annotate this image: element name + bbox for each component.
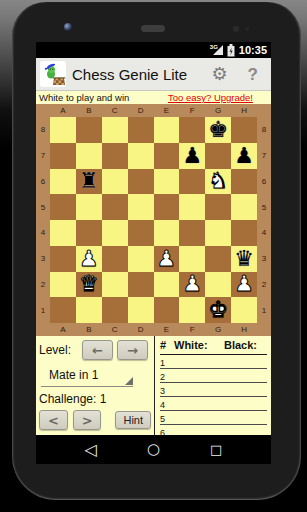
move-num: 5 bbox=[160, 414, 174, 424]
square-c6[interactable] bbox=[102, 169, 128, 195]
board-coordinate-label: C bbox=[102, 104, 128, 117]
signal-3g-icon: 3G bbox=[210, 44, 223, 56]
move-row: 3 bbox=[160, 383, 267, 397]
settings-gear-icon[interactable]: ⚙ bbox=[211, 65, 227, 83]
back-button-icon[interactable]: ◁ bbox=[85, 442, 97, 458]
next-level-button[interactable]: → bbox=[117, 340, 148, 360]
square-f4[interactable] bbox=[179, 220, 205, 246]
square-g2[interactable] bbox=[205, 272, 231, 298]
square-a5[interactable] bbox=[50, 194, 76, 220]
square-h2[interactable]: ♟ bbox=[231, 272, 257, 298]
square-b1[interactable] bbox=[76, 297, 102, 323]
previous-level-button[interactable]: ← bbox=[82, 340, 113, 360]
board-coordinate-label: 8 bbox=[36, 117, 50, 143]
difficulty-value: Mate in 1 bbox=[49, 368, 98, 382]
move-num: 4 bbox=[160, 400, 174, 410]
square-g7[interactable] bbox=[205, 143, 231, 169]
upgrade-link[interactable]: Too easy? Upgrade! bbox=[168, 92, 253, 103]
board-coordinate-label: 3 bbox=[36, 246, 50, 272]
square-g3[interactable] bbox=[205, 246, 231, 272]
title-bar: Chess Genie Lite ⚙ ? bbox=[36, 58, 271, 91]
square-c3[interactable] bbox=[102, 246, 128, 272]
piece-white-king: ♚ bbox=[208, 299, 228, 321]
board-coordinate-label: B bbox=[76, 104, 102, 117]
square-f3[interactable] bbox=[179, 246, 205, 272]
board-coordinate-label: 2 bbox=[257, 272, 271, 298]
square-d1[interactable] bbox=[128, 297, 154, 323]
square-d3[interactable] bbox=[128, 246, 154, 272]
chess-genie-app-icon bbox=[40, 61, 66, 87]
board-coordinate-label: A bbox=[50, 323, 76, 336]
square-a6[interactable] bbox=[50, 169, 76, 195]
square-c1[interactable] bbox=[102, 297, 128, 323]
square-e6[interactable] bbox=[154, 169, 180, 195]
square-d8[interactable] bbox=[128, 117, 154, 143]
square-c2[interactable] bbox=[102, 272, 128, 298]
square-g6[interactable]: ♞ bbox=[205, 169, 231, 195]
level-label: Level: bbox=[39, 343, 71, 357]
move-num: 2 bbox=[160, 372, 174, 382]
square-a2[interactable] bbox=[50, 272, 76, 298]
square-g5[interactable] bbox=[205, 194, 231, 220]
previous-challenge-button[interactable]: < bbox=[39, 410, 68, 430]
piece-black-pawn: ♟ bbox=[234, 145, 254, 167]
board-coordinate-label bbox=[257, 323, 271, 336]
board-coordinate-label: D bbox=[128, 323, 154, 336]
piece-white-pawn: ♟ bbox=[157, 248, 177, 270]
light-sensor-icon bbox=[245, 27, 249, 31]
board-coordinate-label: H bbox=[231, 323, 257, 336]
objective-text: White to play and win bbox=[39, 92, 129, 103]
hint-button[interactable]: Hint bbox=[115, 411, 151, 429]
square-a1[interactable] bbox=[50, 297, 76, 323]
android-nav-bar: ◁ ○ □ bbox=[36, 435, 271, 464]
board-coordinate-label: F bbox=[179, 104, 205, 117]
move-num: 6 bbox=[160, 428, 174, 435]
square-e5[interactable] bbox=[154, 194, 180, 220]
square-f8[interactable] bbox=[179, 117, 205, 143]
move-row: 6 bbox=[160, 425, 267, 435]
board-coordinate-label: 3 bbox=[257, 246, 271, 272]
square-b7[interactable] bbox=[76, 143, 102, 169]
board-coordinate-label: 4 bbox=[257, 220, 271, 246]
help-icon[interactable]: ? bbox=[248, 66, 258, 83]
board-coordinate-label: 4 bbox=[36, 220, 50, 246]
board-coordinate-label: E bbox=[154, 104, 180, 117]
board-coordinate-label: 7 bbox=[36, 143, 50, 169]
square-f7[interactable]: ♟ bbox=[179, 143, 205, 169]
piece-white-knight: ♞ bbox=[208, 170, 228, 192]
board-coordinate-label: A bbox=[50, 104, 76, 117]
square-e3[interactable]: ♟ bbox=[154, 246, 180, 272]
square-f6[interactable] bbox=[179, 169, 205, 195]
chess-board: ABCDEFGH8♚87♟♟76♜♞655443♟♟♛32♛♟♟21♚1ABCD… bbox=[36, 104, 271, 336]
clock: 10:35 bbox=[239, 44, 267, 56]
piece-black-pawn: ♟ bbox=[182, 145, 202, 167]
white-moves-header: White: bbox=[174, 339, 224, 351]
move-row: 1 bbox=[160, 355, 267, 369]
difficulty-dropdown[interactable]: Mate in 1 bbox=[41, 366, 133, 387]
level-controls: Level: ← → Mate in 1 Challenge: 1 < > Hi… bbox=[36, 336, 155, 435]
info-bar: White to play and win Too easy? Upgrade! bbox=[36, 91, 271, 104]
move-list: # White: Black: 123456 bbox=[155, 336, 271, 435]
board-coordinate-label: G bbox=[205, 323, 231, 336]
square-h8[interactable] bbox=[231, 117, 257, 143]
board-coordinate-label: H bbox=[231, 104, 257, 117]
move-num: 1 bbox=[160, 358, 174, 368]
square-e1[interactable] bbox=[154, 297, 180, 323]
board-coordinate-label: 7 bbox=[257, 143, 271, 169]
board-coordinate-label: F bbox=[179, 323, 205, 336]
square-f2[interactable]: ♟ bbox=[179, 272, 205, 298]
square-a4[interactable] bbox=[50, 220, 76, 246]
next-challenge-button[interactable]: > bbox=[73, 410, 102, 430]
square-d7[interactable] bbox=[128, 143, 154, 169]
square-e7[interactable] bbox=[154, 143, 180, 169]
status-bar: 3G 10:35 bbox=[36, 42, 271, 58]
move-list-header: # White: Black: bbox=[160, 339, 267, 355]
board-coordinate-label: 6 bbox=[36, 169, 50, 195]
phone-frame: 3G 10:35 bbox=[12, 2, 301, 500]
piece-white-queen: ♛ bbox=[79, 273, 99, 295]
square-d5[interactable] bbox=[128, 194, 154, 220]
bottom-panel: Level: ← → Mate in 1 Challenge: 1 < > Hi… bbox=[36, 336, 271, 435]
front-camera-icon bbox=[64, 23, 72, 31]
square-b6[interactable]: ♜ bbox=[76, 169, 102, 195]
move-row: 5 bbox=[160, 411, 267, 425]
square-h6[interactable] bbox=[231, 169, 257, 195]
square-f5[interactable] bbox=[179, 194, 205, 220]
square-d6[interactable] bbox=[128, 169, 154, 195]
move-row: 4 bbox=[160, 397, 267, 411]
move-number-header: # bbox=[160, 339, 174, 351]
piece-black-rook: ♜ bbox=[79, 170, 99, 192]
square-c4[interactable] bbox=[102, 220, 128, 246]
board-coordinate-label: B bbox=[76, 323, 102, 336]
board-coordinate-label: G bbox=[205, 104, 231, 117]
earpiece-speaker-icon bbox=[141, 25, 165, 32]
square-e4[interactable] bbox=[154, 220, 180, 246]
square-d2[interactable] bbox=[128, 272, 154, 298]
square-g8[interactable]: ♚ bbox=[205, 117, 231, 143]
board-coordinate-label: C bbox=[102, 323, 128, 336]
square-a7[interactable] bbox=[50, 143, 76, 169]
square-d4[interactable] bbox=[128, 220, 154, 246]
square-h7[interactable]: ♟ bbox=[231, 143, 257, 169]
piece-black-queen: ♛ bbox=[234, 248, 254, 270]
piece-black-king: ♚ bbox=[208, 119, 228, 141]
board-coordinate-label bbox=[36, 323, 50, 336]
board-coordinate-label: 5 bbox=[257, 194, 271, 220]
board-coordinate-label: 2 bbox=[36, 272, 50, 298]
move-row: 2 bbox=[160, 369, 267, 383]
move-num: 3 bbox=[160, 386, 174, 396]
square-e8[interactable] bbox=[154, 117, 180, 143]
square-b8[interactable] bbox=[76, 117, 102, 143]
board-coordinate-label: 5 bbox=[36, 194, 50, 220]
screen: 3G 10:35 bbox=[36, 42, 271, 464]
board-coordinate-label bbox=[257, 104, 271, 117]
square-a3[interactable] bbox=[50, 246, 76, 272]
board-coordinate-label: 1 bbox=[257, 297, 271, 323]
dropdown-corner-icon bbox=[125, 377, 133, 385]
square-c8[interactable] bbox=[102, 117, 128, 143]
square-b5[interactable] bbox=[76, 194, 102, 220]
piece-white-pawn: ♟ bbox=[182, 273, 202, 295]
square-g4[interactable] bbox=[205, 220, 231, 246]
square-b2[interactable]: ♛ bbox=[76, 272, 102, 298]
proximity-sensor-icon bbox=[233, 26, 239, 32]
square-c7[interactable] bbox=[102, 143, 128, 169]
board-coordinate-label: D bbox=[128, 104, 154, 117]
home-button-icon[interactable]: ○ bbox=[147, 442, 160, 457]
square-g1[interactable]: ♚ bbox=[205, 297, 231, 323]
app-title: Chess Genie Lite bbox=[72, 66, 187, 83]
square-h1[interactable] bbox=[231, 297, 257, 323]
battery-charging-icon bbox=[227, 44, 235, 57]
square-b3[interactable]: ♟ bbox=[76, 246, 102, 272]
square-b4[interactable] bbox=[76, 220, 102, 246]
recents-button-icon[interactable]: □ bbox=[210, 443, 222, 456]
board-coordinate-label: 8 bbox=[257, 117, 271, 143]
square-h3[interactable]: ♛ bbox=[231, 246, 257, 272]
square-h4[interactable] bbox=[231, 220, 257, 246]
piece-white-pawn: ♟ bbox=[234, 273, 254, 295]
square-e2[interactable] bbox=[154, 272, 180, 298]
challenge-label: Challenge: 1 bbox=[39, 392, 151, 406]
piece-white-pawn: ♟ bbox=[79, 248, 99, 270]
board-coordinate-label: 1 bbox=[36, 297, 50, 323]
black-moves-header: Black: bbox=[224, 339, 267, 351]
square-a8[interactable] bbox=[50, 117, 76, 143]
backdrop: 3G 10:35 bbox=[0, 0, 307, 512]
board-coordinate-label: E bbox=[154, 323, 180, 336]
square-f1[interactable] bbox=[179, 297, 205, 323]
square-c5[interactable] bbox=[102, 194, 128, 220]
square-h5[interactable] bbox=[231, 194, 257, 220]
board-coordinate-label: 6 bbox=[257, 169, 271, 195]
board-coordinate-label bbox=[36, 104, 50, 117]
